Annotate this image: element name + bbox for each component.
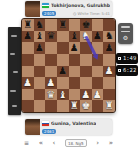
square-f8[interactable]: ♚: [80, 19, 92, 31]
piece-white-king[interactable]: ♚: [81, 101, 90, 111]
square-h7[interactable]: ♞: [103, 31, 115, 43]
square-h8[interactable]: [103, 19, 115, 31]
square-f5[interactable]: [80, 54, 92, 66]
square-g4[interactable]: [92, 66, 104, 78]
time-note: ◷White Time: 5:41: [73, 11, 110, 16]
square-e7[interactable]: ♝: [69, 31, 81, 43]
toggle-bar: [121, 31, 130, 33]
piece-white-pawn[interactable]: ♟: [47, 78, 56, 88]
square-h3[interactable]: [103, 77, 115, 89]
rating-badge-white: 2461: [42, 129, 56, 135]
clock-side-icon: [118, 57, 121, 60]
square-a5[interactable]: [22, 54, 34, 66]
adjacent-board-piece-mark: [13, 71, 18, 73]
square-b6[interactable]: ♟: [34, 42, 46, 54]
square-e1[interactable]: ♜: [69, 100, 81, 112]
square-e4[interactable]: [69, 66, 81, 78]
piece-black-pawn[interactable]: ♟: [105, 43, 114, 53]
square-a4[interactable]: [22, 66, 34, 78]
adjacent-board-strip[interactable]: [8, 27, 21, 115]
piece-black-pawn[interactable]: ♟: [70, 43, 79, 53]
square-c5[interactable]: [45, 54, 57, 66]
square-a1[interactable]: [22, 100, 34, 112]
piece-black-queen[interactable]: ♛: [47, 31, 56, 41]
piece-black-king[interactable]: ♚: [81, 20, 90, 30]
square-d3[interactable]: [57, 77, 69, 89]
last-move-button[interactable]: »: [109, 140, 113, 147]
board-squares: ♜♞♜♚♟♝♛♝♞♟♞♟♟♟♟♟♟♟♛♝♟♟♜♚♜: [22, 19, 115, 112]
clock-white-time: 6:22: [123, 68, 136, 74]
piece-black-knight[interactable]: ♞: [105, 31, 114, 41]
piece-black-bishop[interactable]: ♝: [70, 31, 79, 41]
square-b2[interactable]: [34, 89, 46, 101]
gear-icon: ⚙: [123, 35, 128, 41]
avatar-white-player: [25, 119, 40, 135]
square-a3[interactable]: ♟: [22, 77, 34, 89]
square-h1[interactable]: ♜: [103, 100, 115, 112]
square-d6[interactable]: [57, 42, 69, 54]
square-f2[interactable]: ♟: [80, 89, 92, 101]
first-move-button[interactable]: «: [39, 140, 43, 147]
adjacent-board-piece-mark: [11, 35, 17, 37]
panel-toggle-button[interactable]: ⚙: [118, 23, 133, 44]
square-c8[interactable]: [45, 19, 57, 31]
square-h2[interactable]: [103, 89, 115, 101]
chess-board: ♜♞♜♚♟♝♛♝♞♟♞♟♟♟♟♟♟♟♛♝♟♟♜♚♜: [22, 19, 115, 112]
player-name-white: Gunina, Valentina: [51, 121, 96, 126]
square-a6[interactable]: [22, 42, 34, 54]
clock-black-time: 1:49: [123, 56, 136, 62]
live-chess-viewer: Tokhirjonova, Gulrukhbegim 2405 ◷White T…: [0, 0, 138, 150]
square-f1[interactable]: ♚: [80, 100, 92, 112]
square-c7[interactable]: ♛: [45, 31, 57, 43]
next-move-button[interactable]: ›: [96, 140, 99, 147]
square-e3[interactable]: [69, 77, 81, 89]
piece-white-rook[interactable]: ♜: [105, 101, 114, 111]
square-e5[interactable]: [69, 54, 81, 66]
square-b8[interactable]: ♞: [34, 19, 46, 31]
square-b5[interactable]: [34, 54, 46, 66]
adjacent-board-piece-mark: [10, 53, 15, 55]
square-d7[interactable]: [57, 31, 69, 43]
square-d8[interactable]: ♜: [57, 19, 69, 31]
piece-white-queen[interactable]: ♛: [47, 90, 56, 100]
square-c2[interactable]: ♛: [45, 89, 57, 101]
move-navigation-bar: ≡ « ‹ 18. Ng5 › »: [22, 137, 115, 149]
square-d4[interactable]: ♟: [57, 66, 69, 78]
clock-icon: ◷: [73, 11, 76, 16]
clock-white: 6:22: [116, 65, 138, 76]
square-g6[interactable]: [92, 42, 104, 54]
square-b1[interactable]: [34, 100, 46, 112]
piece-white-knight[interactable]: ♞: [81, 31, 90, 41]
flag-russia-icon: [42, 121, 49, 126]
square-b4[interactable]: [34, 66, 46, 78]
rating-badge-black: 2405: [42, 11, 56, 17]
player-name-black: Tokhirjonova, Gulrukhbegim: [51, 3, 110, 8]
square-g5[interactable]: [92, 54, 104, 66]
toggle-bar: [121, 26, 130, 28]
square-g8[interactable]: [92, 19, 104, 31]
square-e8[interactable]: [69, 19, 81, 31]
square-e6[interactable]: ♟: [69, 42, 81, 54]
piece-black-knight[interactable]: ♞: [35, 20, 44, 30]
piece-white-pawn[interactable]: ♟: [105, 66, 114, 76]
square-c1[interactable]: [45, 100, 57, 112]
piece-black-pawn[interactable]: ♟: [93, 31, 102, 41]
square-c6[interactable]: [45, 42, 57, 54]
square-b7[interactable]: ♝: [34, 31, 46, 43]
avatar-black-player: [25, 1, 40, 17]
adjacent-board-piece-mark: [12, 105, 17, 107]
square-f4[interactable]: [80, 66, 92, 78]
square-f3[interactable]: [80, 77, 92, 89]
player-bar-white[interactable]: Gunina, Valentina 2461: [25, 119, 112, 135]
square-a2[interactable]: [22, 89, 34, 101]
player-info-white: Gunina, Valentina 2461: [40, 119, 112, 135]
adjacent-board-piece-mark: [10, 90, 16, 92]
piece-black-pawn[interactable]: ♟: [23, 31, 32, 41]
square-h4[interactable]: ♟: [103, 66, 115, 78]
square-h5[interactable]: [103, 54, 115, 66]
square-g1[interactable]: [92, 100, 104, 112]
piece-white-pawn[interactable]: ♟: [93, 90, 102, 100]
square-h6[interactable]: ♟: [103, 42, 115, 54]
piece-white-pawn[interactable]: ♟: [23, 78, 32, 88]
piece-white-bishop[interactable]: ♝: [58, 90, 67, 100]
square-g3[interactable]: [92, 77, 104, 89]
piece-black-bishop[interactable]: ♝: [35, 31, 44, 41]
piece-white-rook[interactable]: ♜: [70, 101, 79, 111]
piece-black-rook[interactable]: ♜: [58, 20, 67, 30]
flag-uzbekistan-icon: [42, 3, 49, 8]
square-a8[interactable]: ♜: [22, 19, 34, 31]
clock-panel: 1:49 6:22: [116, 53, 138, 76]
square-d1[interactable]: [57, 100, 69, 112]
square-d2[interactable]: ♝: [57, 89, 69, 101]
menu-icon[interactable]: ≡: [24, 140, 29, 146]
square-c4[interactable]: [45, 66, 57, 78]
square-e2[interactable]: [69, 89, 81, 101]
player-bar-black[interactable]: Tokhirjonova, Gulrukhbegim 2405 ◷White T…: [25, 1, 112, 17]
square-a7[interactable]: ♟: [22, 31, 34, 43]
piece-white-pawn[interactable]: ♟: [81, 90, 90, 100]
piece-black-pawn[interactable]: ♟: [58, 66, 67, 76]
current-move-label[interactable]: 18. Ng5: [65, 139, 87, 147]
square-c3[interactable]: ♟: [45, 77, 57, 89]
square-g2[interactable]: ♟: [92, 89, 104, 101]
square-f7[interactable]: ♞: [80, 31, 92, 43]
square-f6[interactable]: [80, 42, 92, 54]
square-g7[interactable]: ♟: [92, 31, 104, 43]
clock-side-icon: [118, 69, 121, 72]
clock-black: 1:49: [116, 53, 138, 64]
prev-move-button[interactable]: ‹: [53, 140, 56, 147]
piece-black-rook[interactable]: ♜: [23, 20, 32, 30]
player-info-black: Tokhirjonova, Gulrukhbegim 2405 ◷White T…: [40, 1, 112, 17]
piece-black-pawn[interactable]: ♟: [35, 43, 44, 53]
square-d5[interactable]: [57, 54, 69, 66]
square-b3[interactable]: [34, 77, 46, 89]
